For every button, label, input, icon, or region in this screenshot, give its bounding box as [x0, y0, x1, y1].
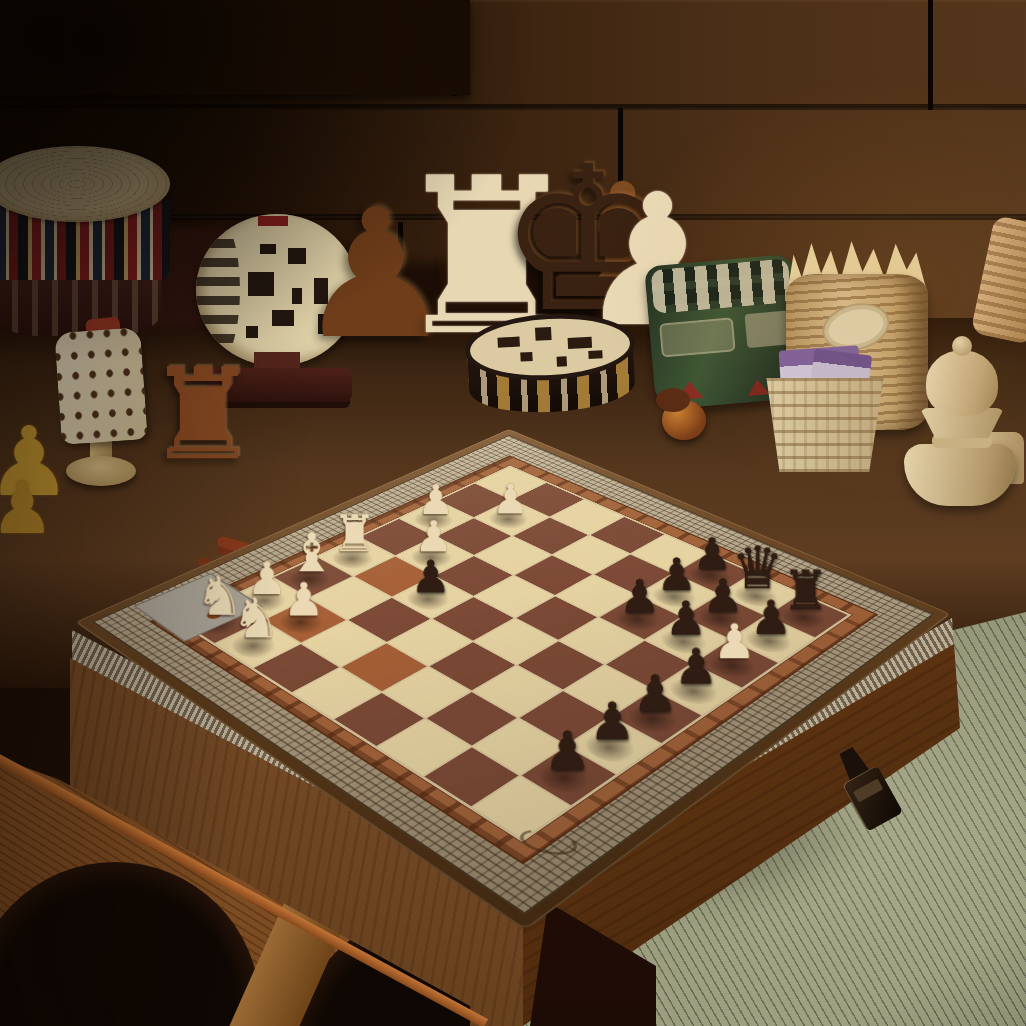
carving-bowl-base: [904, 444, 1016, 506]
ivory-finial-carving: [896, 336, 1026, 508]
piece-white-pawn-b7: ♟: [492, 478, 529, 519]
piece-black-pawn-h4: ♟: [633, 668, 679, 719]
small-brown-rook: ♜: [146, 352, 259, 478]
tower-base: [66, 456, 136, 486]
acorn-cap: [656, 388, 690, 412]
piece-black-pawn-g7: ♟: [702, 573, 743, 619]
piece-black-pawn-c4: ♟: [411, 554, 451, 599]
piece-white-pawn-b2: ♟: [283, 576, 324, 622]
piece-black-pawn-h3: ♟: [589, 695, 636, 747]
piece-white-knight-b1: ♞: [231, 591, 281, 646]
piece-black-pawn-f6: ♟: [619, 573, 660, 619]
golden-pawn-small: ♟: [0, 472, 55, 544]
carving-finial-ball: [952, 336, 972, 356]
tin-lid: [650, 258, 791, 314]
piece-black-pawn-h7: ♟: [750, 594, 792, 641]
photo-scene: ♜ ♟ ♟ ♝ ♟ ♜ ♚ ♟: [0, 0, 1026, 1026]
round-wooden-drum-box: [0, 146, 170, 342]
tin-label: [659, 317, 736, 357]
woven-basket-with-tickets: [760, 348, 890, 472]
carving-dome: [926, 350, 998, 416]
basket-body: [760, 378, 890, 472]
tin-badge: [745, 310, 792, 348]
wall-dark-panel: [0, 0, 470, 95]
inlaid-chip-stack: [463, 310, 638, 423]
piece-black-pawn-h5: ♟: [674, 642, 718, 691]
apron-arch: [0, 862, 260, 1026]
piece-white-rook-a4: ♜: [332, 509, 377, 560]
piece-black-pawn-h2: ♟: [543, 724, 591, 778]
piece-white-pawn-h6: ♟: [713, 618, 756, 666]
acorn-trinket: [652, 386, 712, 446]
piece-black-pawn-g6: ♟: [665, 595, 707, 642]
